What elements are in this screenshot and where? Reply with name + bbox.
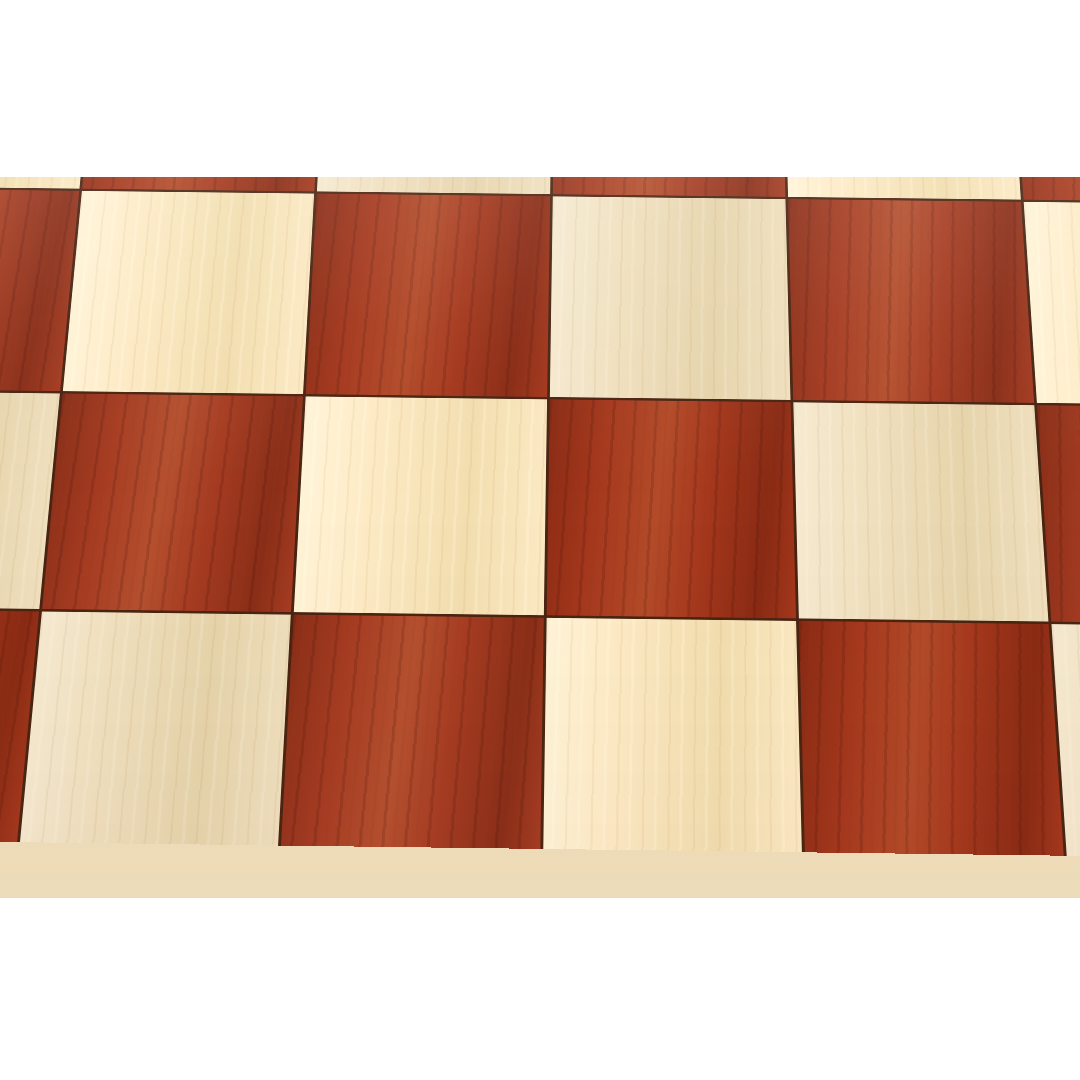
light-square xyxy=(63,191,315,394)
light-square xyxy=(793,403,1048,622)
dark-square xyxy=(82,177,325,191)
photo-margin-top xyxy=(0,0,1080,177)
photo-margin-bottom xyxy=(0,898,1080,1080)
dark-square xyxy=(306,194,550,398)
light-square xyxy=(20,611,291,845)
dark-square xyxy=(546,400,796,618)
dark-square xyxy=(281,614,543,849)
chessboard-photo xyxy=(0,177,1080,898)
light-square xyxy=(317,177,553,194)
light-square xyxy=(549,196,790,400)
dark-square xyxy=(788,199,1034,403)
chessboard xyxy=(0,177,1080,862)
light-square xyxy=(543,617,802,852)
dark-square xyxy=(1011,177,1080,202)
product-photo-page xyxy=(0,0,1080,1080)
light-square xyxy=(783,177,1021,200)
light-square xyxy=(294,397,547,615)
dark-square xyxy=(552,177,785,197)
dark-square xyxy=(42,394,303,612)
dark-square xyxy=(799,621,1064,856)
